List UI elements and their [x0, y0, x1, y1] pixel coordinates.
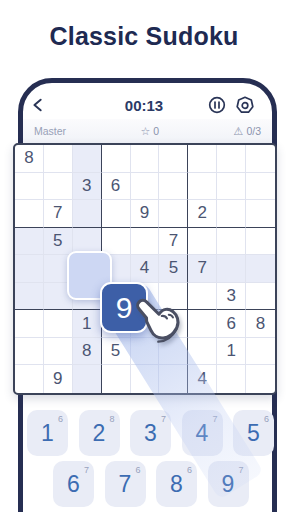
cell-r3c7[interactable]: 2 [188, 200, 217, 228]
cell-r4c2[interactable]: 5 [44, 228, 73, 256]
back-button[interactable] [30, 97, 46, 113]
cell-r5c8[interactable] [217, 255, 246, 283]
numpad-digit: 5 [247, 420, 260, 447]
numpad-remaining-count: 6 [187, 465, 192, 475]
cell-r9c2[interactable]: 9 [44, 365, 73, 393]
numpad-remaining-count: 8 [109, 414, 114, 424]
cell-r5c5[interactable]: 4 [131, 255, 160, 283]
cell-r3c8[interactable] [217, 200, 246, 228]
cell-r3c1[interactable] [15, 200, 44, 228]
cell-r1c6[interactable] [159, 145, 188, 173]
numpad-key-6[interactable]: 67 [53, 461, 94, 507]
cell-r2c5[interactable] [131, 173, 160, 201]
numpad-digit: 2 [93, 420, 106, 447]
mistakes-status: ⚠ 0/3 [234, 125, 261, 138]
star-icon: ☆ [140, 125, 150, 138]
difficulty-label: Master [34, 125, 66, 137]
cell-r4c8[interactable] [217, 228, 246, 256]
cell-r2c7[interactable] [188, 173, 217, 201]
page-title: Classic Sudoku [0, 22, 288, 51]
pause-button[interactable] [208, 96, 226, 114]
numpad-digit: 3 [144, 420, 157, 447]
timer: 00:13 [104, 97, 184, 114]
cell-r2c2[interactable] [44, 173, 73, 201]
numpad-key-7[interactable]: 76 [105, 461, 146, 507]
cell-r8c8[interactable]: 1 [217, 338, 246, 366]
numpad-remaining-count: 7 [161, 414, 166, 424]
cell-r5c6[interactable]: 5 [159, 255, 188, 283]
cell-r4c9[interactable] [246, 228, 275, 256]
warning-icon: ⚠ [234, 125, 244, 138]
cell-r6c8[interactable]: 3 [217, 283, 246, 311]
stars-status: ☆ 0 [140, 125, 159, 138]
cell-r6c1[interactable] [15, 283, 44, 311]
cell-r1c4[interactable] [102, 145, 131, 173]
cell-r7c3[interactable]: 1 [73, 310, 102, 338]
cell-r9c9[interactable] [246, 365, 275, 393]
cell-r7c9[interactable]: 8 [246, 310, 275, 338]
promo-screenshot: Classic Sudoku 00:13 Master ☆ 0 ⚠ 0/3 83… [0, 0, 288, 512]
cell-r8c2[interactable] [44, 338, 73, 366]
cell-r3c6[interactable] [159, 200, 188, 228]
cell-r3c5[interactable]: 9 [131, 200, 160, 228]
cell-r8c9[interactable] [246, 338, 275, 366]
cell-r2c1[interactable] [15, 173, 44, 201]
cell-r2c3[interactable]: 3 [73, 173, 102, 201]
numpad-digit: 7 [119, 471, 132, 498]
cell-r5c1[interactable] [15, 255, 44, 283]
numpad-key-1[interactable]: 16 [27, 410, 68, 456]
cell-r7c2[interactable] [44, 310, 73, 338]
cell-r1c1[interactable]: 8 [15, 145, 44, 173]
status-bar: Master ☆ 0 ⚠ 0/3 [23, 119, 272, 143]
numpad-digit: 8 [170, 471, 183, 498]
cell-r7c8[interactable]: 6 [217, 310, 246, 338]
cell-r5c7[interactable]: 7 [188, 255, 217, 283]
cell-r7c1[interactable] [15, 310, 44, 338]
numpad-remaining-count: 6 [135, 465, 140, 475]
star-count: 0 [153, 125, 159, 137]
cell-r3c3[interactable] [73, 200, 102, 228]
cell-r3c4[interactable] [102, 200, 131, 228]
cell-r2c4[interactable]: 6 [102, 173, 131, 201]
cell-r4c7[interactable] [188, 228, 217, 256]
cell-r2c8[interactable] [217, 173, 246, 201]
cell-r8c1[interactable] [15, 338, 44, 366]
cell-r3c2[interactable]: 7 [44, 200, 73, 228]
numpad-key-3[interactable]: 37 [130, 410, 171, 456]
cell-r1c7[interactable] [188, 145, 217, 173]
mistakes-count: 0/3 [246, 125, 261, 137]
cell-r2c9[interactable] [246, 173, 275, 201]
cell-r5c9[interactable] [246, 255, 275, 283]
numpad-key-2[interactable]: 28 [79, 410, 120, 456]
cell-r1c3[interactable] [73, 145, 102, 173]
numpad-digit: 1 [41, 420, 54, 447]
numpad-remaining-count: 6 [58, 414, 63, 424]
settings-button[interactable] [236, 96, 254, 114]
cell-r4c1[interactable] [15, 228, 44, 256]
cell-r9c4[interactable] [102, 365, 131, 393]
cell-r2c6[interactable] [159, 173, 188, 201]
cell-r1c5[interactable] [131, 145, 160, 173]
cell-r9c1[interactable] [15, 365, 44, 393]
cell-r1c8[interactable] [217, 145, 246, 173]
cell-r1c2[interactable] [44, 145, 73, 173]
cell-r7c7[interactable] [188, 310, 217, 338]
cell-r6c7[interactable] [188, 283, 217, 311]
numpad-remaining-count: 6 [264, 414, 269, 424]
cell-r1c9[interactable] [246, 145, 275, 173]
cell-r4c6[interactable]: 7 [159, 228, 188, 256]
numpad-remaining-count: 7 [84, 465, 89, 475]
cell-r8c3[interactable]: 8 [73, 338, 102, 366]
cell-r3c9[interactable] [246, 200, 275, 228]
cell-r4c5[interactable] [131, 228, 160, 256]
hand-cursor-icon [124, 293, 190, 359]
cell-r9c8[interactable] [217, 365, 246, 393]
numpad-digit: 6 [67, 471, 80, 498]
cell-r6c9[interactable] [246, 283, 275, 311]
numpad-key-8[interactable]: 86 [156, 461, 197, 507]
cell-r9c3[interactable] [73, 365, 102, 393]
